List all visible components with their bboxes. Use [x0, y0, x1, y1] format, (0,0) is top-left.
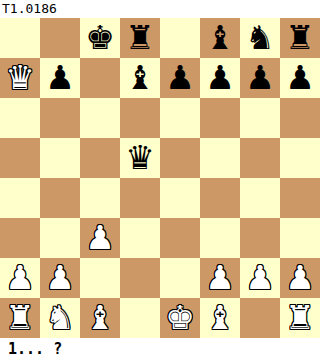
square-h2[interactable]: ♟: [280, 258, 320, 298]
square-b2[interactable]: ♟: [40, 258, 80, 298]
piece-black-pawn[interactable]: ♟: [245, 58, 275, 98]
piece-white-pawn[interactable]: ♟: [205, 258, 235, 298]
piece-black-bishop[interactable]: ♝: [205, 18, 235, 58]
piece-black-rook[interactable]: ♜: [125, 18, 155, 58]
piece-white-knight[interactable]: ♞: [45, 298, 75, 338]
square-e4[interactable]: [160, 178, 200, 218]
square-d7[interactable]: ♝: [120, 58, 160, 98]
square-d3[interactable]: [120, 218, 160, 258]
square-f2[interactable]: ♟: [200, 258, 240, 298]
square-c7[interactable]: [80, 58, 120, 98]
puzzle-title: T1.0186: [0, 0, 320, 18]
square-g8[interactable]: ♞: [240, 18, 280, 58]
square-c5[interactable]: [80, 138, 120, 178]
piece-white-rook[interactable]: ♜: [5, 298, 35, 338]
square-d4[interactable]: [120, 178, 160, 218]
piece-black-pawn[interactable]: ♟: [165, 58, 195, 98]
square-d1[interactable]: [120, 298, 160, 338]
piece-white-pawn[interactable]: ♟: [85, 218, 115, 258]
square-e8[interactable]: [160, 18, 200, 58]
piece-white-queen[interactable]: ♛: [5, 58, 35, 98]
square-a3[interactable]: [0, 218, 40, 258]
piece-black-knight[interactable]: ♞: [245, 18, 275, 58]
square-f6[interactable]: [200, 98, 240, 138]
square-h6[interactable]: [280, 98, 320, 138]
square-b6[interactable]: [40, 98, 80, 138]
square-h4[interactable]: [280, 178, 320, 218]
square-e6[interactable]: [160, 98, 200, 138]
square-e5[interactable]: [160, 138, 200, 178]
square-c6[interactable]: [80, 98, 120, 138]
square-d2[interactable]: [120, 258, 160, 298]
square-d5[interactable]: ♛: [120, 138, 160, 178]
piece-white-rook[interactable]: ♜: [285, 298, 315, 338]
piece-white-pawn[interactable]: ♟: [45, 258, 75, 298]
piece-white-pawn[interactable]: ♟: [5, 258, 35, 298]
square-e1[interactable]: ♚: [160, 298, 200, 338]
square-d6[interactable]: [120, 98, 160, 138]
square-b8[interactable]: [40, 18, 80, 58]
piece-black-pawn[interactable]: ♟: [45, 58, 75, 98]
square-g5[interactable]: [240, 138, 280, 178]
square-h7[interactable]: ♟: [280, 58, 320, 98]
piece-black-bishop[interactable]: ♝: [125, 58, 155, 98]
square-f3[interactable]: [200, 218, 240, 258]
square-g7[interactable]: ♟: [240, 58, 280, 98]
square-g2[interactable]: ♟: [240, 258, 280, 298]
square-d8[interactable]: ♜: [120, 18, 160, 58]
square-e2[interactable]: [160, 258, 200, 298]
square-b7[interactable]: ♟: [40, 58, 80, 98]
square-a4[interactable]: [0, 178, 40, 218]
square-a6[interactable]: [0, 98, 40, 138]
piece-black-queen[interactable]: ♛: [125, 138, 155, 178]
square-c4[interactable]: [80, 178, 120, 218]
square-f1[interactable]: ♝: [200, 298, 240, 338]
square-h3[interactable]: [280, 218, 320, 258]
square-g4[interactable]: [240, 178, 280, 218]
square-b1[interactable]: ♞: [40, 298, 80, 338]
square-g3[interactable]: [240, 218, 280, 258]
square-f7[interactable]: ♟: [200, 58, 240, 98]
piece-black-pawn[interactable]: ♟: [285, 58, 315, 98]
chess-board: ♚♜♝♞♜♛♟♝♟♟♟♟♛♟♟♟♟♟♟♜♞♝♚♝♜: [0, 18, 320, 338]
square-a5[interactable]: [0, 138, 40, 178]
piece-black-king[interactable]: ♚: [85, 18, 115, 58]
square-g6[interactable]: [240, 98, 280, 138]
square-f8[interactable]: ♝: [200, 18, 240, 58]
square-b4[interactable]: [40, 178, 80, 218]
square-c8[interactable]: ♚: [80, 18, 120, 58]
square-a1[interactable]: ♜: [0, 298, 40, 338]
piece-white-bishop[interactable]: ♝: [205, 298, 235, 338]
piece-white-pawn[interactable]: ♟: [245, 258, 275, 298]
square-h8[interactable]: ♜: [280, 18, 320, 58]
piece-white-pawn[interactable]: ♟: [285, 258, 315, 298]
move-prompt: 1... ?: [0, 338, 320, 360]
square-a8[interactable]: [0, 18, 40, 58]
square-a2[interactable]: ♟: [0, 258, 40, 298]
piece-black-rook[interactable]: ♜: [285, 18, 315, 58]
square-b5[interactable]: [40, 138, 80, 178]
square-c3[interactable]: ♟: [80, 218, 120, 258]
square-c2[interactable]: [80, 258, 120, 298]
square-c1[interactable]: ♝: [80, 298, 120, 338]
square-e3[interactable]: [160, 218, 200, 258]
piece-white-bishop[interactable]: ♝: [85, 298, 115, 338]
piece-black-pawn[interactable]: ♟: [205, 58, 235, 98]
square-h1[interactable]: ♜: [280, 298, 320, 338]
square-g1[interactable]: [240, 298, 280, 338]
square-b3[interactable]: [40, 218, 80, 258]
square-e7[interactable]: ♟: [160, 58, 200, 98]
square-h5[interactable]: [280, 138, 320, 178]
piece-white-king[interactable]: ♚: [165, 298, 195, 338]
square-f5[interactable]: [200, 138, 240, 178]
square-a7[interactable]: ♛: [0, 58, 40, 98]
square-f4[interactable]: [200, 178, 240, 218]
